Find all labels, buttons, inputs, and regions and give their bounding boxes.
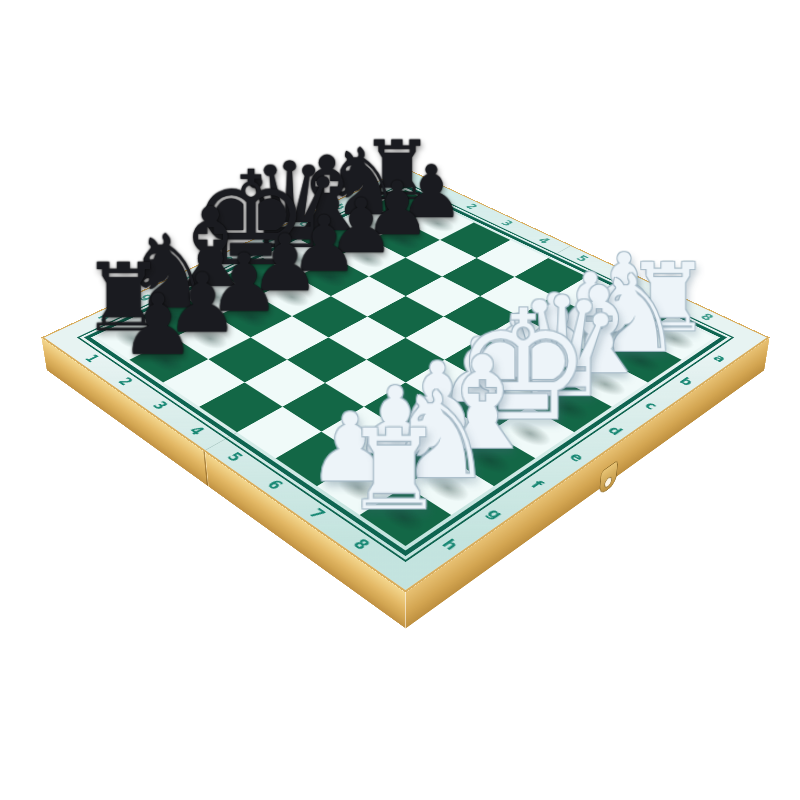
square-e7: ♟	[447, 383, 530, 432]
board-top-surface: 12345678 12345678 abcdefgh abcdefgh ♜♟♟♜…	[41, 168, 769, 592]
piece-shadow	[541, 393, 595, 425]
piece-shadow	[374, 498, 432, 536]
square-f6	[364, 383, 447, 432]
product-photo-stage: 12345678 12345678 abcdefgh abcdefgh ♜♟♟♜…	[0, 0, 800, 800]
box-fold-seam	[203, 451, 208, 486]
chess-set-scene: 12345678 12345678 abcdefgh abcdefgh ♜♟♟♜…	[148, 80, 663, 595]
piece-shadow	[330, 470, 386, 506]
box-latch-hook	[599, 460, 619, 497]
folding-chess-board: 12345678 12345678 abcdefgh abcdefgh ♜♟♟♜…	[41, 168, 769, 592]
piece-shadow	[498, 369, 551, 399]
board-grid: ♜♟♟♜♞♟♟♞♝♟♟♝♛♟♟♛♚♟♟♚♝♟♟♝♞♟♟♞♜♟♟♜	[96, 190, 714, 546]
piece-shadow	[345, 247, 390, 271]
square-g5	[282, 383, 365, 432]
